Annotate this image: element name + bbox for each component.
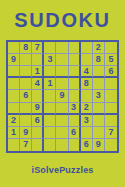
cell-r3c1[interactable] [8, 66, 20, 78]
cell-r6c2[interactable] [20, 103, 32, 115]
cell-r2c3[interactable] [32, 54, 44, 66]
cell-r9c7[interactable]: 6 [81, 139, 93, 151]
cell-r4c2[interactable] [20, 78, 32, 90]
cell-r5c3[interactable] [32, 90, 44, 102]
cell-r2c8[interactable]: 8 [93, 54, 105, 66]
cell-r3c9[interactable]: 6 [105, 66, 117, 78]
cell-r6c7[interactable]: 2 [81, 103, 93, 115]
cell-r1c2[interactable]: 8 [20, 42, 32, 54]
cell-r6c3[interactable]: 9 [32, 103, 44, 115]
cell-r6c6[interactable]: 3 [69, 103, 81, 115]
cell-r8c9[interactable]: 7 [105, 127, 117, 139]
cell-r6c8[interactable] [93, 103, 105, 115]
cell-r8c8[interactable] [93, 127, 105, 139]
cell-r4c8[interactable] [93, 78, 105, 90]
cell-r8c4[interactable] [44, 127, 56, 139]
cell-r7c3[interactable]: 6 [32, 115, 44, 127]
cell-r9c9[interactable] [105, 139, 117, 151]
cell-r5c4[interactable] [44, 90, 56, 102]
cell-r7c7[interactable]: 3 [81, 115, 93, 127]
cell-r7c9[interactable] [105, 115, 117, 127]
cell-r8c1[interactable]: 1 [8, 127, 20, 139]
cell-r7c2[interactable] [20, 115, 32, 127]
cell-r9c5[interactable] [56, 139, 68, 151]
cell-r1c5[interactable] [56, 42, 68, 54]
cell-r4c6[interactable] [69, 78, 81, 90]
cell-r2c4[interactable]: 3 [44, 54, 56, 66]
brand-footer: iSolvePuzzles [31, 165, 93, 175]
cell-r4c7[interactable]: 8 [81, 78, 93, 90]
page-title: SUDOKU [14, 9, 110, 32]
cell-r9c2[interactable]: 7 [20, 139, 32, 151]
cell-r1c1[interactable] [8, 42, 20, 54]
cell-r2c6[interactable] [69, 54, 81, 66]
cell-r6c4[interactable] [44, 103, 56, 115]
cell-r5c8[interactable]: 3 [93, 90, 105, 102]
cell-r1c3[interactable]: 7 [32, 42, 44, 54]
cell-r8c3[interactable] [32, 127, 44, 139]
cell-r5c1[interactable] [8, 90, 20, 102]
cell-r4c3[interactable]: 4 [32, 78, 44, 90]
cell-r9c8[interactable]: 9 [93, 139, 105, 151]
cell-r1c6[interactable] [69, 42, 81, 54]
cell-r1c7[interactable] [81, 42, 93, 54]
cell-r4c4[interactable]: 1 [44, 78, 56, 90]
cell-r3c8[interactable] [93, 66, 105, 78]
cell-r7c6[interactable] [69, 115, 81, 127]
cell-r3c5[interactable] [56, 66, 68, 78]
cell-r6c1[interactable] [8, 103, 20, 115]
cell-r8c2[interactable]: 9 [20, 127, 32, 139]
cell-r8c7[interactable] [81, 127, 93, 139]
cell-r2c7[interactable] [81, 54, 93, 66]
cell-r3c3[interactable]: 1 [32, 66, 44, 78]
cell-r3c2[interactable] [20, 66, 32, 78]
cell-r6c9[interactable] [105, 103, 117, 115]
cell-r4c5[interactable] [56, 78, 68, 90]
cell-r9c1[interactable] [8, 139, 20, 151]
cell-r9c3[interactable] [32, 139, 44, 151]
cell-r6c5[interactable] [56, 103, 68, 115]
cell-r1c9[interactable] [105, 42, 117, 54]
cell-r2c2[interactable] [20, 54, 32, 66]
cell-r5c9[interactable] [105, 90, 117, 102]
cell-r2c9[interactable]: 5 [105, 54, 117, 66]
cell-r7c8[interactable] [93, 115, 105, 127]
cell-r5c2[interactable]: 6 [20, 90, 32, 102]
cell-r7c5[interactable] [56, 115, 68, 127]
cell-r1c8[interactable]: 2 [93, 42, 105, 54]
cell-r4c1[interactable] [8, 78, 20, 90]
cell-r3c6[interactable] [69, 66, 81, 78]
cell-r2c1[interactable]: 9 [8, 54, 20, 66]
puzzle-card: SUDOKU 87293851464186939322631967769 iSo… [0, 0, 125, 187]
cell-r7c4[interactable] [44, 115, 56, 127]
cell-r8c5[interactable] [56, 127, 68, 139]
cell-r9c6[interactable] [69, 139, 81, 151]
cell-r5c6[interactable] [69, 90, 81, 102]
cell-r5c5[interactable]: 9 [56, 90, 68, 102]
cell-r2c5[interactable] [56, 54, 68, 66]
cell-r4c9[interactable] [105, 78, 117, 90]
cell-r7c1[interactable]: 2 [8, 115, 20, 127]
cell-r9c4[interactable] [44, 139, 56, 151]
cell-r3c4[interactable] [44, 66, 56, 78]
cell-r1c4[interactable] [44, 42, 56, 54]
cell-r3c7[interactable]: 4 [81, 66, 93, 78]
cell-r5c7[interactable] [81, 90, 93, 102]
sudoku-board: 87293851464186939322631967769 [6, 40, 119, 153]
cell-r8c6[interactable]: 6 [69, 127, 81, 139]
